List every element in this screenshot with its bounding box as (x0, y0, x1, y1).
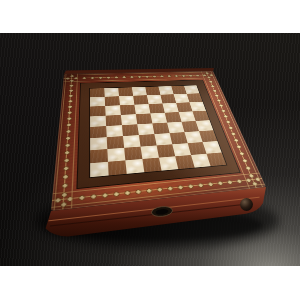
square-c1 (125, 159, 144, 174)
product-photo (0, 0, 300, 300)
square-b1 (108, 160, 127, 175)
square-h1 (207, 152, 227, 166)
letterbox-band-bottom (0, 266, 300, 300)
square-a1 (90, 162, 109, 177)
letterbox-band-top (0, 0, 300, 33)
